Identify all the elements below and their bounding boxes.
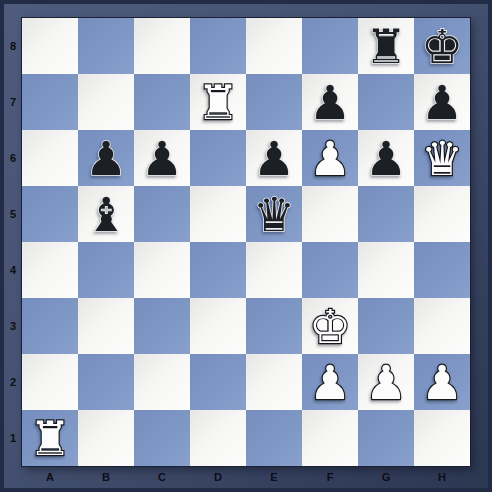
square-a4[interactable] bbox=[22, 242, 78, 298]
piece-black-pawn: ♟ bbox=[246, 130, 302, 186]
square-g7[interactable] bbox=[358, 74, 414, 130]
square-g6[interactable]: ♟ bbox=[358, 130, 414, 186]
square-g4[interactable] bbox=[358, 242, 414, 298]
piece-white-pawn: ♟ bbox=[358, 354, 414, 410]
square-c6[interactable]: ♟ bbox=[134, 130, 190, 186]
chess-board: ♜♚♜♟♟♟♟♟♟♟♛♝♛♚♟♟♟♜ bbox=[22, 18, 470, 466]
piece-white-king: ♚ bbox=[302, 298, 358, 354]
square-h8[interactable]: ♚ bbox=[414, 18, 470, 74]
rank-label-6: 6 bbox=[4, 130, 22, 186]
file-label-a: A bbox=[22, 466, 78, 488]
square-a1[interactable]: ♜ bbox=[22, 410, 78, 466]
square-g1[interactable] bbox=[358, 410, 414, 466]
square-b7[interactable] bbox=[78, 74, 134, 130]
square-d6[interactable] bbox=[190, 130, 246, 186]
square-a2[interactable] bbox=[22, 354, 78, 410]
square-a8[interactable] bbox=[22, 18, 78, 74]
square-a6[interactable] bbox=[22, 130, 78, 186]
rank-label-5: 5 bbox=[4, 186, 22, 242]
square-g8[interactable]: ♜ bbox=[358, 18, 414, 74]
square-c8[interactable] bbox=[134, 18, 190, 74]
board-frame: 87654321 ABCDEFGH ♜♚♜♟♟♟♟♟♟♟♛♝♛♚♟♟♟♜ bbox=[0, 0, 492, 492]
square-f2[interactable]: ♟ bbox=[302, 354, 358, 410]
piece-black-pawn: ♟ bbox=[302, 74, 358, 130]
square-e4[interactable] bbox=[246, 242, 302, 298]
piece-black-bishop: ♝ bbox=[78, 186, 134, 242]
square-e2[interactable] bbox=[246, 354, 302, 410]
square-h7[interactable]: ♟ bbox=[414, 74, 470, 130]
square-d3[interactable] bbox=[190, 298, 246, 354]
square-c4[interactable] bbox=[134, 242, 190, 298]
square-g3[interactable] bbox=[358, 298, 414, 354]
square-f6[interactable]: ♟ bbox=[302, 130, 358, 186]
square-c3[interactable] bbox=[134, 298, 190, 354]
square-f7[interactable]: ♟ bbox=[302, 74, 358, 130]
square-a7[interactable] bbox=[22, 74, 78, 130]
file-labels: ABCDEFGH bbox=[22, 466, 470, 488]
square-e1[interactable] bbox=[246, 410, 302, 466]
square-b1[interactable] bbox=[78, 410, 134, 466]
square-e8[interactable] bbox=[246, 18, 302, 74]
piece-black-pawn: ♟ bbox=[358, 130, 414, 186]
square-e6[interactable]: ♟ bbox=[246, 130, 302, 186]
piece-black-queen: ♛ bbox=[246, 186, 302, 242]
square-a5[interactable] bbox=[22, 186, 78, 242]
file-label-c: C bbox=[134, 466, 190, 488]
file-label-h: H bbox=[414, 466, 470, 488]
square-d7[interactable]: ♜ bbox=[190, 74, 246, 130]
square-b3[interactable] bbox=[78, 298, 134, 354]
square-c7[interactable] bbox=[134, 74, 190, 130]
square-h1[interactable] bbox=[414, 410, 470, 466]
rank-label-7: 7 bbox=[4, 74, 22, 130]
rank-label-1: 1 bbox=[4, 410, 22, 466]
piece-black-pawn: ♟ bbox=[78, 130, 134, 186]
rank-label-8: 8 bbox=[4, 18, 22, 74]
square-f5[interactable] bbox=[302, 186, 358, 242]
rank-label-2: 2 bbox=[4, 354, 22, 410]
square-d8[interactable] bbox=[190, 18, 246, 74]
square-c5[interactable] bbox=[134, 186, 190, 242]
square-a3[interactable] bbox=[22, 298, 78, 354]
piece-white-pawn: ♟ bbox=[414, 354, 470, 410]
piece-black-pawn: ♟ bbox=[414, 74, 470, 130]
square-b8[interactable] bbox=[78, 18, 134, 74]
file-label-e: E bbox=[246, 466, 302, 488]
square-f4[interactable] bbox=[302, 242, 358, 298]
square-h2[interactable]: ♟ bbox=[414, 354, 470, 410]
rank-label-3: 3 bbox=[4, 298, 22, 354]
square-b2[interactable] bbox=[78, 354, 134, 410]
piece-black-king: ♚ bbox=[414, 18, 470, 74]
piece-white-rook: ♜ bbox=[22, 410, 78, 466]
file-label-b: B bbox=[78, 466, 134, 488]
square-d5[interactable] bbox=[190, 186, 246, 242]
file-label-f: F bbox=[302, 466, 358, 488]
square-h3[interactable] bbox=[414, 298, 470, 354]
piece-white-queen: ♛ bbox=[414, 130, 470, 186]
square-f8[interactable] bbox=[302, 18, 358, 74]
piece-white-pawn: ♟ bbox=[302, 354, 358, 410]
square-h4[interactable] bbox=[414, 242, 470, 298]
square-c1[interactable] bbox=[134, 410, 190, 466]
file-label-g: G bbox=[358, 466, 414, 488]
rank-label-4: 4 bbox=[4, 242, 22, 298]
square-b4[interactable] bbox=[78, 242, 134, 298]
square-d1[interactable] bbox=[190, 410, 246, 466]
square-e7[interactable] bbox=[246, 74, 302, 130]
square-b5[interactable]: ♝ bbox=[78, 186, 134, 242]
rank-labels: 87654321 bbox=[4, 18, 22, 466]
file-label-d: D bbox=[190, 466, 246, 488]
square-h6[interactable]: ♛ bbox=[414, 130, 470, 186]
piece-white-rook: ♜ bbox=[190, 74, 246, 130]
square-e5[interactable]: ♛ bbox=[246, 186, 302, 242]
square-g2[interactable]: ♟ bbox=[358, 354, 414, 410]
square-h5[interactable] bbox=[414, 186, 470, 242]
square-f1[interactable] bbox=[302, 410, 358, 466]
piece-black-rook: ♜ bbox=[358, 18, 414, 74]
square-d2[interactable] bbox=[190, 354, 246, 410]
square-c2[interactable] bbox=[134, 354, 190, 410]
square-f3[interactable]: ♚ bbox=[302, 298, 358, 354]
square-e3[interactable] bbox=[246, 298, 302, 354]
piece-black-pawn: ♟ bbox=[134, 130, 190, 186]
piece-white-pawn: ♟ bbox=[302, 130, 358, 186]
square-b6[interactable]: ♟ bbox=[78, 130, 134, 186]
square-d4[interactable] bbox=[190, 242, 246, 298]
square-g5[interactable] bbox=[358, 186, 414, 242]
